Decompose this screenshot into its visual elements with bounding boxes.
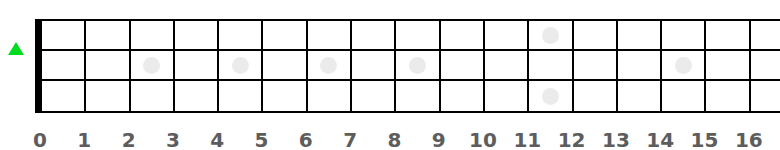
fret-cell-row3-fret16[interactable] <box>706 81 750 111</box>
inlay-dot-icon <box>675 57 692 74</box>
fret-cell-row3-fret6[interactable] <box>263 81 307 111</box>
fret-cell-row1-fret14[interactable] <box>618 21 662 51</box>
fret-cell-row1-fret3[interactable] <box>131 21 175 51</box>
fret-cell-row1-fret9[interactable] <box>396 21 440 51</box>
fret-cell-row2-fret5[interactable] <box>219 51 263 81</box>
fret-number-13: 13 <box>594 128 638 150</box>
fret-cell-row1-fret6[interactable] <box>263 21 307 51</box>
fret-number-9: 9 <box>417 128 461 150</box>
fret-cell-row3-fret2[interactable] <box>86 81 130 111</box>
fret-number-16: 16 <box>727 128 771 150</box>
fret-cell-row3-fret7[interactable] <box>308 81 352 111</box>
fret-cell-row3-fret5[interactable] <box>219 81 263 111</box>
fret-cell-row1-fret4[interactable] <box>175 21 219 51</box>
inlay-dot-icon <box>143 57 160 74</box>
fret-cell-row3-fret10[interactable] <box>441 81 485 111</box>
fret-cell-row2-fret1[interactable] <box>42 51 86 81</box>
fret-cell-row2-fret8[interactable] <box>352 51 396 81</box>
fret-number-11: 11 <box>505 128 549 150</box>
fret-cell-row1-fret5[interactable] <box>219 21 263 51</box>
fret-cell-row2-fret11[interactable] <box>485 51 529 81</box>
inlay-dot-icon <box>542 27 559 44</box>
fret-cell-row2-fret6[interactable] <box>263 51 307 81</box>
fret-cell-row3-fret1[interactable] <box>42 81 86 111</box>
fret-number-6: 6 <box>284 128 328 150</box>
fret-cell-row1-fret12[interactable] <box>529 21 573 51</box>
inlay-dot-icon <box>320 57 337 74</box>
fret-cell-row2-fret3[interactable] <box>131 51 175 81</box>
fret-number-3: 3 <box>151 128 195 150</box>
fret-number-0: 0 <box>18 128 62 150</box>
fret-cell-row1-fret10[interactable] <box>441 21 485 51</box>
fret-cell-row1-fret8[interactable] <box>352 21 396 51</box>
fret-cell-row3-fret4[interactable] <box>175 81 219 111</box>
fret-cell-row3-fret12[interactable] <box>529 81 573 111</box>
fret-cell-row3-fret9[interactable] <box>396 81 440 111</box>
fret-number-2: 2 <box>107 128 151 150</box>
fret-cell-row2-fret15[interactable] <box>662 51 706 81</box>
fret-cell-row3-fret13[interactable] <box>574 81 618 111</box>
fret-cell-row2-fret14[interactable] <box>618 51 662 81</box>
fret-cell-row3-fret8[interactable] <box>352 81 396 111</box>
fret-number-1: 1 <box>62 128 106 150</box>
fret-cell-row2-fret2[interactable] <box>86 51 130 81</box>
fret-cell-row2-fret17[interactable] <box>751 51 780 81</box>
fret-cell-row1-fret11[interactable] <box>485 21 529 51</box>
fret-cell-row3-fret3[interactable] <box>131 81 175 111</box>
fret-cell-row3-fret14[interactable] <box>618 81 662 111</box>
fret-cell-row1-fret2[interactable] <box>86 21 130 51</box>
fret-number-4: 4 <box>195 128 239 150</box>
fret-number-12: 12 <box>550 128 594 150</box>
fret-cell-row1-fret16[interactable] <box>706 21 750 51</box>
fret-cell-row2-fret7[interactable] <box>308 51 352 81</box>
fret-number-8: 8 <box>372 128 416 150</box>
fret-cell-row1-fret17[interactable] <box>751 21 780 51</box>
fret-cell-row1-fret13[interactable] <box>574 21 618 51</box>
nut <box>35 19 42 113</box>
inlay-dot-icon <box>409 57 426 74</box>
fret-cell-row2-fret9[interactable] <box>396 51 440 81</box>
inlay-dot-icon <box>542 88 559 105</box>
active-string-marker-icon <box>8 42 24 55</box>
fret-number-15: 15 <box>683 128 727 150</box>
fretboard-diagram: 012345678910111213141516 <box>0 0 780 150</box>
inlay-dot-icon <box>232 57 249 74</box>
fret-cell-row1-fret1[interactable] <box>42 21 86 51</box>
fret-cell-row3-fret17[interactable] <box>751 81 780 111</box>
fret-cell-row2-fret10[interactable] <box>441 51 485 81</box>
fret-cell-row2-fret13[interactable] <box>574 51 618 81</box>
fret-cell-row3-fret15[interactable] <box>662 81 706 111</box>
fret-cell-row1-fret15[interactable] <box>662 21 706 51</box>
fret-number-10: 10 <box>461 128 505 150</box>
fretboard-board[interactable] <box>42 19 780 113</box>
fret-number-7: 7 <box>328 128 372 150</box>
fret-number-5: 5 <box>240 128 284 150</box>
fret-cell-row2-fret4[interactable] <box>175 51 219 81</box>
fret-cell-row2-fret12[interactable] <box>529 51 573 81</box>
fret-cell-row2-fret16[interactable] <box>706 51 750 81</box>
fret-cell-row3-fret11[interactable] <box>485 81 529 111</box>
fret-number-14: 14 <box>638 128 682 150</box>
fret-cell-row1-fret7[interactable] <box>308 21 352 51</box>
